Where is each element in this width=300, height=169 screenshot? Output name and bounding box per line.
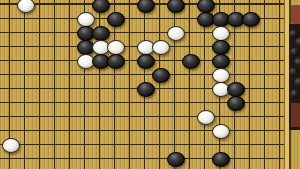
black-stone <box>92 26 110 41</box>
black-stone <box>242 12 260 27</box>
white-stone <box>167 26 185 41</box>
anime-go-scene <box>0 0 300 169</box>
bowl-black-stone <box>289 68 298 76</box>
black-stone <box>212 152 230 167</box>
black-stone <box>167 152 185 167</box>
cloth-bottom <box>291 103 300 127</box>
cloth-top <box>291 5 300 24</box>
bowl-black-stone <box>290 48 299 56</box>
white-stone <box>212 26 230 41</box>
black-stone <box>107 12 125 27</box>
white-stone <box>212 68 230 83</box>
black-stone <box>227 96 245 111</box>
black-stone <box>137 54 155 69</box>
bowl-black-stone <box>294 78 300 87</box>
white-stone <box>197 110 215 125</box>
black-stone <box>107 54 125 69</box>
black-stone <box>182 54 200 69</box>
white-stone <box>107 40 125 55</box>
black-stone <box>152 68 170 83</box>
white-stone <box>77 12 95 27</box>
black-stone <box>137 82 155 97</box>
bowl-black-stone <box>295 38 300 47</box>
black-stone <box>212 54 230 69</box>
white-stone <box>152 40 170 55</box>
bowl-black-stone <box>289 30 298 38</box>
white-stone <box>2 138 20 153</box>
black-stone <box>227 82 245 97</box>
black-stone <box>212 40 230 55</box>
white-stone <box>212 124 230 139</box>
bowl-black-stone <box>294 58 300 67</box>
bowl-black-stone <box>290 90 299 98</box>
